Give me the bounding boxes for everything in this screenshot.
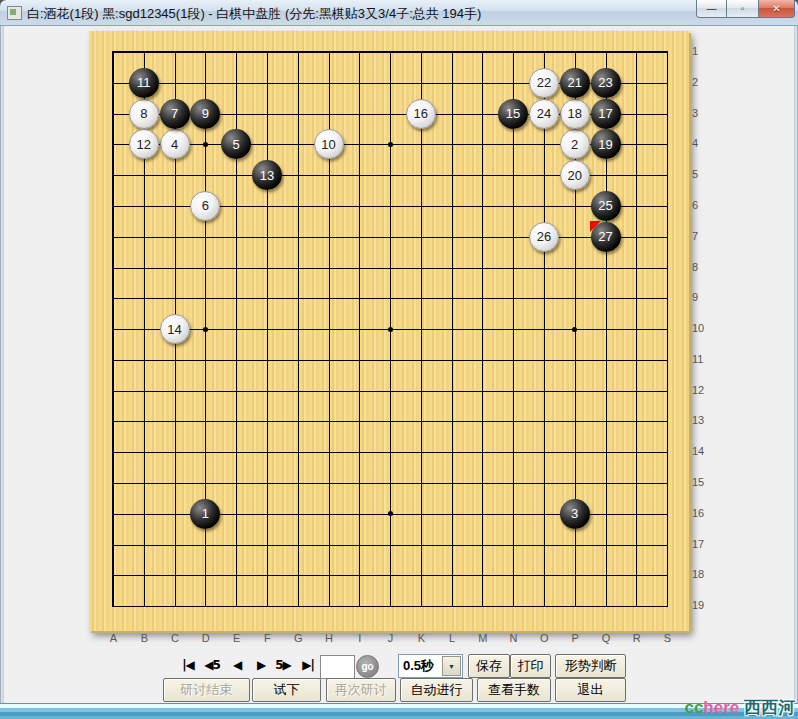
- stone-white-move-12: 12: [129, 129, 159, 159]
- row-label-6: 6: [692, 199, 698, 211]
- stone-white-move-14: 14: [160, 314, 190, 344]
- try-move-button[interactable]: 试下: [252, 678, 321, 702]
- column-label-S: S: [662, 632, 673, 644]
- stone-white-move-2: 2: [560, 129, 590, 159]
- column-label-L: L: [447, 632, 458, 644]
- minimize-icon[interactable]: —: [696, 0, 727, 18]
- nav-last-button[interactable]: ▶|: [296, 655, 320, 675]
- row-label-18: 18: [692, 568, 704, 580]
- row-label-9: 9: [692, 291, 698, 303]
- stone-black-move-3: 3: [560, 499, 590, 529]
- row-label-3: 3: [692, 107, 698, 119]
- close-icon[interactable]: ✕: [758, 0, 795, 18]
- nav-forward-5-button[interactable]: 5▶: [271, 655, 295, 675]
- stone-white-move-18: 18: [560, 99, 590, 129]
- row-label-17: 17: [692, 538, 704, 550]
- column-label-G: G: [293, 632, 304, 644]
- go-board[interactable]: 1234567891011121314151617181920212223242…: [89, 31, 689, 631]
- watermark-cc: cc: [684, 698, 703, 717]
- app-icon: [7, 6, 22, 20]
- maximize-icon[interactable]: ▫: [727, 0, 758, 18]
- stone-black-move-17: 17: [591, 99, 621, 129]
- stone-white-move-20: 20: [560, 160, 590, 190]
- row-label-16: 16: [692, 507, 704, 519]
- delay-value: 0.5秒: [399, 657, 442, 675]
- nav-first-button[interactable]: |◀: [176, 655, 200, 675]
- row-label-2: 2: [692, 76, 698, 88]
- stone-white-move-22: 22: [529, 68, 559, 98]
- stone-black-move-21: 21: [560, 68, 590, 98]
- stone-black-move-19: 19: [591, 129, 621, 159]
- stone-white-move-10: 10: [314, 129, 344, 159]
- watermark-site: 西西河: [744, 698, 795, 717]
- row-label-4: 4: [692, 137, 698, 149]
- view-moves-button[interactable]: 查看手数: [477, 678, 551, 702]
- nav-back-5-button[interactable]: ◀5: [200, 655, 224, 675]
- star-point: [203, 327, 208, 332]
- watermark: cchere 西西河: [684, 696, 795, 719]
- column-label-D: D: [200, 632, 211, 644]
- row-label-5: 5: [692, 168, 698, 180]
- stone-black-move-25: 25: [591, 191, 621, 221]
- nav-back-1-button[interactable]: ◀: [225, 655, 249, 675]
- star-point: [388, 511, 393, 516]
- stone-black-move-23: 23: [591, 68, 621, 98]
- stone-black-move-13: 13: [252, 160, 282, 190]
- chevron-down-icon[interactable]: ▼: [442, 656, 461, 676]
- estimate-button[interactable]: 形势判断: [555, 654, 626, 678]
- end-review-button: 研讨结束: [163, 678, 250, 702]
- window-frame-left: [0, 26, 4, 703]
- window-frame-bottom: [0, 703, 798, 719]
- stone-black-move-11: 11: [129, 68, 159, 98]
- star-point: [203, 142, 208, 147]
- last-move-marker-icon: [590, 221, 601, 232]
- column-label-K: K: [416, 632, 427, 644]
- row-label-15: 15: [692, 476, 704, 488]
- stone-black-move-7: 7: [160, 99, 190, 129]
- column-label-H: H: [324, 632, 335, 644]
- stone-white-move-24: 24: [529, 99, 559, 129]
- stone-white-move-6: 6: [190, 191, 220, 221]
- stone-black-move-15: 15: [498, 99, 528, 129]
- print-button[interactable]: 打印: [510, 654, 551, 678]
- row-label-11: 11: [692, 353, 703, 365]
- column-label-B: B: [139, 632, 150, 644]
- column-label-O: O: [539, 632, 550, 644]
- row-label-12: 12: [692, 384, 704, 396]
- caption-buttons: — ▫ ✕: [696, 0, 795, 19]
- star-point: [572, 327, 577, 332]
- stone-white-move-16: 16: [406, 99, 436, 129]
- stone-white-move-8: 8: [129, 99, 159, 129]
- window-frame-right: [794, 26, 798, 703]
- stone-black-move-1: 1: [190, 499, 220, 529]
- review-again-button: 再次研讨: [326, 678, 396, 702]
- row-label-10: 10: [692, 322, 704, 334]
- column-label-F: F: [262, 632, 273, 644]
- stone-white-move-4: 4: [160, 129, 190, 159]
- column-label-I: I: [354, 632, 365, 644]
- column-label-N: N: [508, 632, 519, 644]
- column-label-M: M: [477, 632, 488, 644]
- save-button[interactable]: 保存: [468, 654, 510, 678]
- auto-play-button[interactable]: 自动进行: [400, 678, 473, 702]
- delay-select[interactable]: 0.5秒 ▼: [398, 654, 463, 678]
- go-button[interactable]: go: [356, 655, 379, 678]
- star-point: [388, 142, 393, 147]
- column-label-Q: Q: [601, 632, 612, 644]
- column-label-A: A: [108, 632, 119, 644]
- move-number-input[interactable]: [320, 655, 355, 679]
- exit-button[interactable]: 退出: [555, 678, 626, 702]
- title-bar[interactable]: 白:酒花(1段) 黑:sgd12345(1段) - 白棋中盘胜 (分先:黑棋贴3…: [0, 0, 798, 26]
- nav-forward-1-button[interactable]: ▶: [249, 655, 273, 675]
- row-label-13: 13: [692, 414, 704, 426]
- column-label-P: P: [570, 632, 581, 644]
- row-label-19: 19: [692, 599, 704, 611]
- row-label-1: 1: [692, 45, 698, 57]
- column-label-J: J: [385, 632, 396, 644]
- column-label-R: R: [631, 632, 642, 644]
- row-label-8: 8: [692, 261, 698, 273]
- column-label-E: E: [231, 632, 242, 644]
- star-point: [388, 327, 393, 332]
- window-title: 白:酒花(1段) 黑:sgd12345(1段) - 白棋中盘胜 (分先:黑棋贴3…: [27, 5, 481, 23]
- stone-black-move-9: 9: [190, 99, 220, 129]
- stone-white-move-26: 26: [529, 222, 559, 252]
- watermark-here: here: [703, 698, 739, 717]
- go-game-window: 白:酒花(1段) 黑:sgd12345(1段) - 白棋中盘胜 (分先:黑棋贴3…: [0, 0, 798, 719]
- row-label-7: 7: [692, 230, 698, 242]
- row-label-14: 14: [692, 445, 704, 457]
- column-label-C: C: [170, 632, 181, 644]
